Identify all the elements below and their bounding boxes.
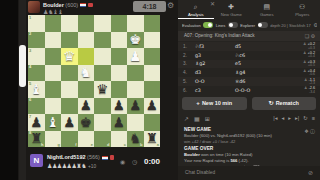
square-f5[interactable]	[61, 81, 78, 98]
square-e1[interactable]	[78, 15, 95, 32]
square-h4[interactable]: 4	[28, 65, 45, 82]
white-move[interactable]: c3	[195, 88, 235, 93]
square-b7[interactable]	[127, 114, 144, 131]
tab-new-game[interactable]: ✚New Game	[214, 3, 250, 19]
analysis-panel: ✕ ⌕Analysis✚New Game▤Games⚇Players Evalu…	[178, 0, 320, 180]
new-game-odds: win +42 / draw +0 / lose -42	[184, 139, 304, 144]
square-f7[interactable]: ♟	[61, 114, 78, 131]
square-a1[interactable]	[144, 15, 161, 32]
lines-label: Lines	[216, 23, 226, 28]
square-c6[interactable]: ♟	[111, 98, 128, 115]
square-c4[interactable]	[111, 65, 128, 82]
move-row: 2.g3♘c6♟ +0.2+0.4	[178, 51, 320, 60]
move-number: 2.	[178, 53, 195, 58]
square-e8[interactable]: e	[78, 131, 95, 148]
panel-tabs: ⌕Analysis✚New Game▤Games⚇Players	[178, 3, 320, 19]
square-c7[interactable]: ♟	[111, 114, 128, 131]
bottom-player-bar: N NightLord5192 (566) ♟♟♟♟♟♟♜♞+10 ◉ ◷ 0:…	[28, 152, 168, 174]
window-left-margin	[0, 0, 18, 180]
square-f4[interactable]	[61, 65, 78, 82]
square-b1[interactable]	[127, 15, 144, 32]
board-editor-icon[interactable]: ▦	[194, 115, 200, 122]
post-game-actions: +New 10 min ↻Rematch	[182, 97, 316, 110]
bottom-player-username: NightLord5192	[47, 154, 86, 160]
evaluation-toggle[interactable]	[203, 22, 213, 28]
menu-icon[interactable]: ≡	[312, 115, 315, 121]
top-captured-pieces: ♟♞♝♝	[43, 8, 63, 15]
piece-bP-c7: ♟	[111, 114, 128, 131]
stopwatch-icon[interactable]: ◷	[132, 158, 137, 165]
move-number: 1.	[178, 44, 195, 49]
square-h6[interactable]: 6	[28, 98, 45, 115]
square-e2[interactable]	[78, 32, 95, 49]
engine-settings-gear-icon[interactable]: ⚙	[313, 22, 317, 28]
new-game-matchup: Boulder (600) vs. NightLord5192 (600) (1…	[184, 133, 304, 138]
black-move[interactable]: d5	[235, 44, 275, 49]
move-number: 4.	[178, 70, 195, 75]
chat-disabled-label: Chat Disabled	[185, 170, 215, 175]
square-a3[interactable]	[144, 48, 161, 65]
opening-icons[interactable]: ❏ ⚙	[305, 31, 315, 41]
square-a5[interactable]	[144, 81, 161, 98]
top-player-clock: 4:18	[133, 1, 166, 12]
avatar-top-player[interactable]	[28, 1, 40, 13]
white-move[interactable]: ♗g2	[195, 61, 235, 66]
material-advantage: +10	[88, 164, 96, 169]
square-b2[interactable]: ♚	[127, 32, 144, 49]
square-e6[interactable]: ♟	[78, 98, 95, 115]
piece-bK-e7: ♚	[78, 114, 95, 131]
move-number: 5.	[178, 79, 195, 84]
game-result: Boulder won on time (10 min Rated)	[184, 152, 314, 157]
expand-icon[interactable]: ⊞	[205, 115, 210, 122]
board-settings-gear-icon[interactable]: ⚙	[167, 2, 174, 10]
piece-wK-b2: ♚	[127, 31, 144, 48]
file-label: f	[75, 143, 76, 147]
square-g7[interactable]: ♝	[45, 114, 62, 131]
back-icon[interactable]: ◂	[281, 115, 284, 121]
square-b5[interactable]	[127, 81, 144, 98]
square-d8[interactable]: d	[94, 131, 111, 148]
white-move[interactable]: ♘f3	[195, 44, 235, 49]
square-c8[interactable]: c	[111, 131, 128, 148]
rank-label: 1	[29, 16, 31, 20]
evaluation-label: Evaluation	[182, 23, 201, 28]
avatar-bottom-player[interactable]: N	[30, 154, 43, 167]
bottom-player-badge-icon	[110, 155, 115, 160]
square-c5[interactable]	[111, 81, 128, 98]
move-row: 3.♗g2e5♟ +0.3+0.5	[178, 60, 320, 69]
move-row: 6.c3O-O-O♟ -2.6-3.4	[178, 86, 320, 95]
piece-bN-b8: ♞	[127, 130, 144, 147]
eye-icon[interactable]: ◉	[120, 158, 125, 165]
square-c3[interactable]	[111, 48, 128, 65]
replay-icon[interactable]: ↻	[303, 115, 308, 121]
square-h3[interactable]: 3	[28, 48, 45, 65]
top-player-flag-icon	[80, 3, 86, 7]
engine-depth-label: depth 20 | Stockfish 17	[270, 23, 311, 28]
square-b6[interactable]: ♟	[127, 98, 144, 115]
rematch-button[interactable]: ↻Rematch	[252, 97, 317, 110]
square-e3[interactable]	[78, 48, 95, 65]
square-h8[interactable]: 8h♜	[28, 131, 45, 148]
tab-players[interactable]: ⚇Players	[285, 3, 320, 19]
square-g5[interactable]	[45, 81, 62, 98]
file-label: c	[124, 143, 126, 147]
share-icon[interactable]: ↗	[184, 115, 189, 122]
rank-label: 2	[29, 32, 31, 36]
rank-label: 3	[29, 49, 31, 53]
move-number: 3.	[178, 61, 195, 66]
new-game-heading: NEW GAME	[184, 127, 304, 132]
square-g6[interactable]	[45, 98, 62, 115]
square-c2[interactable]	[111, 32, 128, 49]
move-evals: ♟ -2.6-3.4	[304, 86, 320, 94]
square-a2[interactable]	[144, 32, 161, 49]
square-a8[interactable]: a♜	[144, 131, 161, 148]
chat-status-bar: Chat Disabled ⊘	[178, 166, 320, 180]
scrollbar-thumb[interactable]	[19, 45, 26, 87]
square-g1[interactable]	[45, 15, 62, 32]
playback-controls: |◂◂▸▸|↻≡	[273, 115, 315, 121]
square-d5[interactable]: ♛	[94, 81, 111, 98]
black-move[interactable]: O-O-O	[235, 88, 275, 93]
black-move[interactable]: ♘c6	[235, 53, 275, 58]
square-c1[interactable]	[111, 15, 128, 32]
new-game-section: NEW GAME Boulder (600) vs. NightLord5192…	[184, 127, 304, 144]
top-player-rating: (600)	[65, 2, 78, 8]
forward-icon[interactable]: ▸	[288, 115, 291, 121]
file-label: g	[58, 143, 60, 147]
square-b3[interactable]: ♟	[127, 48, 144, 65]
new-game-side-icons[interactable]: ❖ ⓘ	[304, 128, 315, 134]
top-player-badge-icon	[88, 3, 93, 8]
square-a4[interactable]	[144, 65, 161, 82]
lines-toggle[interactable]	[228, 22, 238, 28]
square-f2[interactable]	[61, 32, 78, 49]
move-number: 6.	[178, 88, 195, 93]
white-move[interactable]: d3	[195, 70, 235, 75]
square-a6[interactable]: ♟	[144, 98, 161, 115]
scrollbar-track[interactable]	[19, 0, 26, 180]
square-d1[interactable]	[94, 15, 111, 32]
square-f1[interactable]	[61, 15, 78, 32]
piece-wQ-f3: ♛	[61, 48, 78, 65]
square-a7[interactable]	[144, 114, 161, 131]
piece-bR-h8: ♜	[28, 130, 45, 147]
rating-update: Your new Rapid rating is 566 (-42).	[184, 158, 314, 163]
chat-disabled-icon: ⊘	[308, 166, 313, 180]
chess-board: 12♚3♛♟4♞5♝♛6♟♟♟♟7♟♝♟♚♟8h♜gfedcb♞a♜	[28, 15, 160, 147]
square-f3[interactable]: ♛	[61, 48, 78, 65]
top-player-bar: Boulder (600) ♟♞♝♝ 4:18	[28, 0, 178, 14]
plus-icon: +	[196, 100, 200, 106]
piece-bP-c6: ♟	[111, 97, 128, 114]
square-e4[interactable]: ♞	[78, 65, 95, 82]
tab-analysis[interactable]: ⌕Analysis	[178, 3, 214, 19]
explorer-label: Explorer	[240, 23, 255, 28]
square-h1[interactable]: 1	[28, 15, 45, 32]
square-d3[interactable]	[94, 48, 111, 65]
bottom-player-flag-icon	[102, 156, 108, 160]
bottom-captured-glyphs: ♟♟♟♟♟♟♜♞	[47, 162, 86, 169]
move-list: 1.♘f3d5♟ +0.2+0.32.g3♘c6♟ +0.2+0.43.♗g2e…	[178, 42, 320, 95]
square-g4[interactable]	[45, 65, 62, 82]
square-e5[interactable]	[78, 81, 95, 98]
white-move[interactable]: g3	[195, 53, 235, 58]
square-f6[interactable]	[61, 98, 78, 115]
square-h7[interactable]: 7♟	[28, 114, 45, 131]
opening-name[interactable]: A07: Opening: King's Indian Attack	[178, 31, 320, 41]
new-game-icon: ✚	[214, 3, 250, 11]
rank-label: 6	[29, 98, 31, 102]
move-row: 5.O-O♕d6♟ -1.1-2.3	[178, 77, 320, 86]
players-icon: ⚇	[285, 3, 320, 11]
explorer-toggle[interactable]	[258, 22, 268, 28]
piece-wP-b3: ♟	[127, 48, 144, 65]
bottom-player-clock: 0:00	[144, 157, 160, 166]
piece-bQ-d5: ♛	[94, 81, 111, 98]
move-row: 4.d3♗g4♟ +0.4-0.6	[178, 68, 320, 77]
square-d7[interactable]	[94, 114, 111, 131]
game-over-heading: GAME OVER	[184, 146, 314, 151]
bottom-player-rating: (566)	[87, 154, 100, 160]
black-move[interactable]: ♕d6	[235, 79, 275, 84]
piece-bP-a6: ♟	[144, 97, 161, 114]
black-move[interactable]: e5	[235, 61, 275, 66]
square-h5[interactable]: 5♝	[28, 81, 45, 98]
bottom-captured-pieces: ♟♟♟♟♟♟♜♞+10	[47, 162, 96, 169]
piece-wN-e4: ♞	[78, 64, 95, 81]
square-h2[interactable]: 2	[28, 32, 45, 49]
bottom-player-name[interactable]: NightLord5192 (566)	[47, 154, 114, 160]
piece-wB-h5: ♝	[28, 81, 45, 98]
square-d4[interactable]	[94, 65, 111, 82]
tab-games[interactable]: ▤Games	[249, 3, 285, 19]
games-icon: ▤	[249, 3, 285, 11]
square-b4[interactable]	[127, 65, 144, 82]
rank-label: 4	[29, 65, 31, 69]
chess-app: Boulder (600) ♟♞♝♝ 4:18 ⚙ 12♚3♛♟4♞5♝♛6♟♟…	[0, 0, 320, 180]
white-move[interactable]: O-O	[195, 79, 235, 84]
engine-toggles-row: EvaluationLinesExplorerdepth 20 | Stockf…	[182, 22, 317, 29]
utility-icons: ↗▦⊞	[184, 115, 210, 122]
piece-bR-a8: ♜	[144, 130, 161, 147]
black-move[interactable]: ♗g4	[235, 70, 275, 75]
square-g2[interactable]	[45, 32, 62, 49]
square-f8[interactable]: f	[61, 131, 78, 148]
square-g8[interactable]: g	[45, 131, 62, 148]
square-d2[interactable]	[94, 32, 111, 49]
move-row: 1.♘f3d5♟ +0.2+0.3	[178, 42, 320, 51]
piece-wB-g7: ♝	[45, 114, 62, 131]
jump-end-icon[interactable]: ▸|	[295, 115, 299, 121]
file-label: d	[107, 143, 109, 147]
square-d6[interactable]	[94, 98, 111, 115]
piece-bP-f7: ♟	[61, 114, 78, 131]
piece-bP-h7: ♟	[28, 114, 45, 131]
square-b8[interactable]: b♞	[127, 131, 144, 148]
file-label: e	[91, 143, 93, 147]
new-game-button[interactable]: +New 10 min	[182, 97, 247, 110]
piece-bP-e6: ♟	[78, 97, 95, 114]
analysis-icon: ⌕	[178, 3, 214, 11]
rematch-icon: ↻	[269, 100, 274, 106]
square-e7[interactable]: ♚	[78, 114, 95, 131]
piece-bP-b6: ♟	[127, 97, 144, 114]
jump-start-icon[interactable]: |◂	[273, 115, 277, 121]
square-g3[interactable]	[45, 48, 62, 65]
